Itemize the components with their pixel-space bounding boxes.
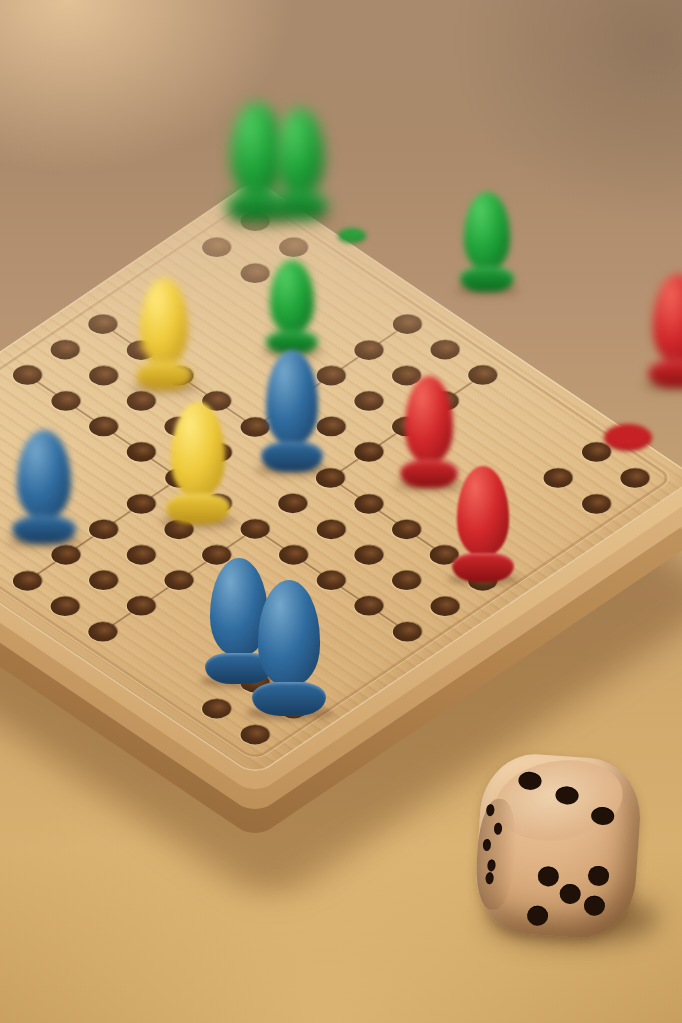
photo-scene <box>0 0 682 1023</box>
peg-base <box>452 553 514 582</box>
peg-green[interactable] <box>272 108 328 220</box>
peg-base <box>12 516 76 545</box>
peg-base <box>400 460 458 488</box>
peg-green[interactable] <box>460 192 514 292</box>
peg-base <box>272 192 328 220</box>
peg-base <box>460 267 514 292</box>
peg-head <box>457 466 509 556</box>
die[interactable] <box>472 751 644 942</box>
peg-head <box>276 108 323 195</box>
die-pip-front <box>559 883 581 904</box>
peg-blue[interactable] <box>12 430 76 544</box>
peg-head <box>140 278 187 365</box>
peg-head <box>270 260 314 333</box>
peg-blue[interactable] <box>252 580 326 716</box>
peg-yellow[interactable] <box>166 402 230 524</box>
peg-head <box>171 402 225 497</box>
die-left-face <box>473 797 519 911</box>
peg-base <box>261 442 323 473</box>
peg-red[interactable] <box>648 274 682 388</box>
peg-base <box>252 682 326 716</box>
peg-head <box>258 580 320 686</box>
peg-blue[interactable] <box>261 350 323 472</box>
peg-head <box>405 376 454 463</box>
peg-green[interactable] <box>266 260 318 354</box>
die-pip-front <box>587 865 609 886</box>
peg-base <box>166 494 230 525</box>
peg-head <box>266 350 318 445</box>
peg-head <box>653 274 682 363</box>
peg-head <box>464 192 509 270</box>
peg-base <box>136 362 192 390</box>
peg-head <box>17 430 71 519</box>
die-pip-front <box>583 895 605 916</box>
peg-red[interactable] <box>400 376 458 488</box>
die-pip-front <box>526 905 548 926</box>
peg-red[interactable] <box>452 466 514 582</box>
peg-yellow[interactable] <box>136 278 192 390</box>
peg-base <box>648 360 682 389</box>
die-pip-front <box>537 866 559 887</box>
